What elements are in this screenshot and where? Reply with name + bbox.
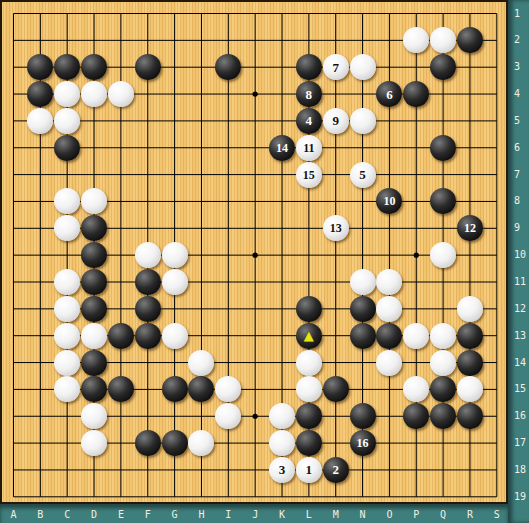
stone-white-O14[interactable] <box>376 350 402 376</box>
stone-black-L13[interactable]: ▲ <box>296 323 322 349</box>
stone-white-G13[interactable] <box>162 323 188 349</box>
row-label-6: 6 <box>514 143 520 153</box>
triangle-marker: ▲ <box>304 329 314 342</box>
column-label-P: P <box>413 510 419 520</box>
move-number: 11 <box>303 142 314 154</box>
stone-white-M9[interactable]: 13 <box>323 215 349 241</box>
column-label-M: M <box>333 510 339 520</box>
stone-white-I16[interactable] <box>215 403 241 429</box>
stone-white-P15[interactable] <box>403 376 429 402</box>
stone-white-C4[interactable] <box>54 81 80 107</box>
stone-black-B3[interactable] <box>27 54 53 80</box>
stone-black-P4[interactable] <box>403 81 429 107</box>
stone-white-C15[interactable] <box>54 376 80 402</box>
stone-black-R2[interactable] <box>457 27 483 53</box>
stone-black-R14[interactable] <box>457 350 483 376</box>
goban-board[interactable]: 786491411155101312▲16312 <box>0 0 508 504</box>
stone-black-Q16[interactable] <box>430 403 456 429</box>
stone-white-C14[interactable] <box>54 350 80 376</box>
column-label-H: H <box>198 510 204 520</box>
stone-white-E4[interactable] <box>108 81 134 107</box>
move-number: 5 <box>359 168 366 181</box>
stone-white-P2[interactable] <box>403 27 429 53</box>
move-number: 14 <box>276 142 288 154</box>
stone-black-N12[interactable] <box>350 296 376 322</box>
stone-black-K6[interactable]: 14 <box>269 135 295 161</box>
column-label-J: J <box>252 510 258 520</box>
row-label-5: 5 <box>514 116 520 126</box>
column-label-B: B <box>37 510 43 520</box>
row-label-16: 16 <box>514 411 526 421</box>
column-label-A: A <box>10 510 16 520</box>
column-label-F: F <box>145 510 151 520</box>
stone-black-D12[interactable] <box>81 296 107 322</box>
column-label-Q: Q <box>440 510 446 520</box>
column-label-I: I <box>225 510 231 520</box>
stone-black-B4[interactable] <box>27 81 53 107</box>
column-label-R: R <box>467 510 473 520</box>
stone-white-M5[interactable]: 9 <box>323 108 349 134</box>
stone-black-N16[interactable] <box>350 403 376 429</box>
row-label-3: 3 <box>514 62 520 72</box>
stone-white-O11[interactable] <box>376 269 402 295</box>
stone-white-R12[interactable] <box>457 296 483 322</box>
stone-black-O13[interactable] <box>376 323 402 349</box>
stone-black-L4[interactable]: 8 <box>296 81 322 107</box>
stone-white-G11[interactable] <box>162 269 188 295</box>
row-label-11: 11 <box>514 277 526 287</box>
row-label-14: 14 <box>514 358 526 368</box>
stone-white-D13[interactable] <box>81 323 107 349</box>
stone-black-L5[interactable]: 4 <box>296 108 322 134</box>
stone-black-C3[interactable] <box>54 54 80 80</box>
move-number: 10 <box>383 195 395 207</box>
stone-black-Q15[interactable] <box>430 376 456 402</box>
stone-white-N5[interactable] <box>350 108 376 134</box>
stone-black-N17[interactable]: 16 <box>350 430 376 456</box>
row-label-7: 7 <box>514 170 520 180</box>
move-number: 7 <box>332 61 339 74</box>
stone-white-B5[interactable] <box>27 108 53 134</box>
column-label-D: D <box>91 510 97 520</box>
stone-white-L14[interactable] <box>296 350 322 376</box>
stone-white-K16[interactable] <box>269 403 295 429</box>
row-label-17: 17 <box>514 438 526 448</box>
stone-black-L16[interactable] <box>296 403 322 429</box>
stone-white-Q14[interactable] <box>430 350 456 376</box>
move-number: 9 <box>332 114 339 127</box>
stone-white-I15[interactable] <box>215 376 241 402</box>
stone-white-Q13[interactable] <box>430 323 456 349</box>
column-label-G: G <box>172 510 178 520</box>
stone-black-D15[interactable] <box>81 376 107 402</box>
row-label-12: 12 <box>514 304 526 314</box>
stone-white-H14[interactable] <box>188 350 214 376</box>
stone-white-L6[interactable]: 11 <box>296 135 322 161</box>
stone-black-E13[interactable] <box>108 323 134 349</box>
stone-black-L3[interactable] <box>296 54 322 80</box>
move-number: 6 <box>386 88 393 101</box>
move-number: 12 <box>464 222 476 234</box>
stone-black-Q8[interactable] <box>430 188 456 214</box>
stone-black-F3[interactable] <box>135 54 161 80</box>
stone-black-Q6[interactable] <box>430 135 456 161</box>
row-label-15: 15 <box>514 384 526 394</box>
column-label-O: O <box>386 510 392 520</box>
move-number: 3 <box>279 463 286 476</box>
move-number: 2 <box>332 463 339 476</box>
stone-white-C13[interactable] <box>54 323 80 349</box>
stone-black-P16[interactable] <box>403 403 429 429</box>
stone-black-G15[interactable] <box>162 376 188 402</box>
stone-black-N13[interactable] <box>350 323 376 349</box>
stone-white-R15[interactable] <box>457 376 483 402</box>
stone-white-N11[interactable] <box>350 269 376 295</box>
stone-black-C6[interactable] <box>54 135 80 161</box>
stone-black-D10[interactable] <box>81 242 107 268</box>
row-label-8: 8 <box>514 196 520 206</box>
stone-white-M3[interactable]: 7 <box>323 54 349 80</box>
stone-black-E15[interactable] <box>108 376 134 402</box>
row-label-19: 19 <box>514 492 526 502</box>
stone-white-C11[interactable] <box>54 269 80 295</box>
column-label-K: K <box>279 510 285 520</box>
move-number: 8 <box>306 88 313 101</box>
stone-white-N3[interactable] <box>350 54 376 80</box>
move-number: 4 <box>306 114 313 127</box>
stone-black-I3[interactable] <box>215 54 241 80</box>
stone-black-D9[interactable] <box>81 215 107 241</box>
stone-white-L18[interactable]: 1 <box>296 457 322 483</box>
stone-black-O4[interactable]: 6 <box>376 81 402 107</box>
stone-black-F12[interactable] <box>135 296 161 322</box>
move-number: 13 <box>330 222 342 234</box>
stone-white-F10[interactable] <box>135 242 161 268</box>
row-label-10: 10 <box>514 250 526 260</box>
stone-white-L7[interactable]: 15 <box>296 162 322 188</box>
stone-black-L17[interactable] <box>296 430 322 456</box>
column-label-E: E <box>118 510 124 520</box>
stone-black-D14[interactable] <box>81 350 107 376</box>
stone-white-O12[interactable] <box>376 296 402 322</box>
stone-white-N7[interactable]: 5 <box>350 162 376 188</box>
stone-black-G17[interactable] <box>162 430 188 456</box>
stone-white-Q10[interactable] <box>430 242 456 268</box>
stone-white-K17[interactable] <box>269 430 295 456</box>
stone-white-D8[interactable] <box>81 188 107 214</box>
stone-white-H17[interactable] <box>188 430 214 456</box>
stone-white-D17[interactable] <box>81 430 107 456</box>
stone-white-D16[interactable] <box>81 403 107 429</box>
stone-black-Q3[interactable] <box>430 54 456 80</box>
row-label-1: 1 <box>514 9 520 19</box>
stone-black-F17[interactable] <box>135 430 161 456</box>
column-label-C: C <box>64 510 70 520</box>
stone-white-L15[interactable] <box>296 376 322 402</box>
move-number: 1 <box>306 463 313 476</box>
stone-white-C12[interactable] <box>54 296 80 322</box>
column-coordinates-strip: ABCDEFGHIJKLMNOPQRS <box>0 504 508 523</box>
stone-black-O8[interactable]: 10 <box>376 188 402 214</box>
stone-white-G10[interactable] <box>162 242 188 268</box>
move-number: 16 <box>357 437 369 449</box>
stone-black-D3[interactable] <box>81 54 107 80</box>
stone-black-H15[interactable] <box>188 376 214 402</box>
stone-white-C5[interactable] <box>54 108 80 134</box>
go-game-window: 786491411155101312▲16312 123456789101112… <box>0 0 529 523</box>
stone-black-D11[interactable] <box>81 269 107 295</box>
column-label-S: S <box>494 510 500 520</box>
column-label-L: L <box>306 510 312 520</box>
stone-white-C9[interactable] <box>54 215 80 241</box>
stone-black-M18[interactable]: 2 <box>323 457 349 483</box>
column-label-N: N <box>360 510 366 520</box>
row-coordinates-strip: 12345678910111213141516171819 <box>508 0 529 523</box>
stone-black-R9[interactable]: 12 <box>457 215 483 241</box>
stones-layer: 786491411155101312▲16312 <box>0 0 508 504</box>
stone-black-F11[interactable] <box>135 269 161 295</box>
row-label-13: 13 <box>514 331 526 341</box>
stone-black-L12[interactable] <box>296 296 322 322</box>
stone-white-P13[interactable] <box>403 323 429 349</box>
stone-black-R13[interactable] <box>457 323 483 349</box>
move-number: 15 <box>303 169 315 181</box>
row-label-2: 2 <box>514 35 520 45</box>
stone-white-Q2[interactable] <box>430 27 456 53</box>
row-label-18: 18 <box>514 465 526 475</box>
stone-white-C8[interactable] <box>54 188 80 214</box>
stone-black-F13[interactable] <box>135 323 161 349</box>
row-label-4: 4 <box>514 89 520 99</box>
stone-white-D4[interactable] <box>81 81 107 107</box>
stone-white-K18[interactable]: 3 <box>269 457 295 483</box>
stone-black-R16[interactable] <box>457 403 483 429</box>
row-label-9: 9 <box>514 223 520 233</box>
stone-black-M15[interactable] <box>323 376 349 402</box>
